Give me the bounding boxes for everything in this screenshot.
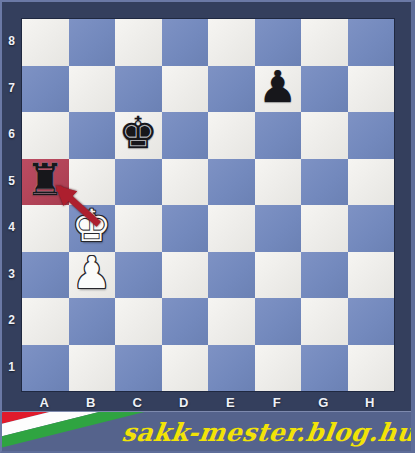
file-label-d: D	[161, 393, 208, 411]
square-d7	[162, 66, 209, 113]
square-d1	[162, 345, 209, 392]
white-pawn: ♟	[72, 251, 111, 295]
square-g2	[301, 298, 348, 345]
square-b3: ♟	[69, 252, 116, 299]
square-f8	[255, 19, 302, 66]
file-label-f: F	[254, 393, 301, 411]
footer-banner: sakk-mester.blog.hu	[2, 411, 411, 451]
chessboard-grid: ♟♚♜♚♟	[21, 18, 395, 392]
file-label-b: B	[68, 393, 115, 411]
rank-label-4: 4	[2, 204, 21, 251]
black-king: ♚	[119, 111, 158, 155]
square-a1	[22, 345, 69, 392]
site-watermark: sakk-mester.blog.hu	[124, 412, 411, 451]
file-labels: ABCDEFGH	[21, 393, 395, 411]
square-g5	[301, 159, 348, 206]
square-g6	[301, 112, 348, 159]
square-f6	[255, 112, 302, 159]
square-c6: ♚	[115, 112, 162, 159]
square-a5: ♜	[22, 159, 69, 206]
square-e6	[208, 112, 255, 159]
square-b2	[69, 298, 116, 345]
square-h8	[348, 19, 395, 66]
square-f5	[255, 159, 302, 206]
square-c2	[115, 298, 162, 345]
square-g3	[301, 252, 348, 299]
square-d4	[162, 205, 209, 252]
square-c4	[115, 205, 162, 252]
chess-diagram-window: 87654321 ♟♚♜♚♟ ABCDEFGH sakk-mester.blog…	[0, 0, 415, 453]
board-frame: 87654321 ♟♚♜♚♟ ABCDEFGH	[2, 2, 411, 411]
file-label-h: H	[347, 393, 394, 411]
square-e2	[208, 298, 255, 345]
square-b4: ♚	[69, 205, 116, 252]
square-d2	[162, 298, 209, 345]
square-e7	[208, 66, 255, 113]
square-h6	[348, 112, 395, 159]
square-f1	[255, 345, 302, 392]
square-a6	[22, 112, 69, 159]
square-h4	[348, 205, 395, 252]
file-label-g: G	[300, 393, 347, 411]
square-e5	[208, 159, 255, 206]
square-c3	[115, 252, 162, 299]
square-a8	[22, 19, 69, 66]
square-b5	[69, 159, 116, 206]
rank-label-7: 7	[2, 65, 21, 112]
square-g1	[301, 345, 348, 392]
square-b8	[69, 19, 116, 66]
square-e4	[208, 205, 255, 252]
file-label-c: C	[114, 393, 161, 411]
square-f7: ♟	[255, 66, 302, 113]
square-c1	[115, 345, 162, 392]
square-e1	[208, 345, 255, 392]
rank-label-2: 2	[2, 297, 21, 344]
rank-labels: 87654321	[2, 18, 21, 392]
square-c5	[115, 159, 162, 206]
square-g4	[301, 205, 348, 252]
square-a4	[22, 205, 69, 252]
square-c7	[115, 66, 162, 113]
square-g7	[301, 66, 348, 113]
rank-label-1: 1	[2, 344, 21, 391]
rank-label-8: 8	[2, 18, 21, 65]
square-d6	[162, 112, 209, 159]
square-h5	[348, 159, 395, 206]
square-f4	[255, 205, 302, 252]
square-a7	[22, 66, 69, 113]
black-rook: ♜	[26, 158, 65, 202]
rank-label-5: 5	[2, 158, 21, 205]
square-h1	[348, 345, 395, 392]
square-h3	[348, 252, 395, 299]
square-f2	[255, 298, 302, 345]
square-h7	[348, 66, 395, 113]
square-d8	[162, 19, 209, 66]
rank-label-3: 3	[2, 251, 21, 298]
square-b7	[69, 66, 116, 113]
file-label-a: A	[21, 393, 68, 411]
file-label-e: E	[207, 393, 254, 411]
square-f3	[255, 252, 302, 299]
square-b6	[69, 112, 116, 159]
square-d5	[162, 159, 209, 206]
square-g8	[301, 19, 348, 66]
white-king: ♚	[72, 204, 111, 248]
rank-label-6: 6	[2, 111, 21, 158]
square-a2	[22, 298, 69, 345]
square-c8	[115, 19, 162, 66]
square-e3	[208, 252, 255, 299]
square-a3	[22, 252, 69, 299]
square-e8	[208, 19, 255, 66]
square-b1	[69, 345, 116, 392]
square-h2	[348, 298, 395, 345]
square-d3	[162, 252, 209, 299]
black-pawn: ♟	[258, 65, 297, 109]
